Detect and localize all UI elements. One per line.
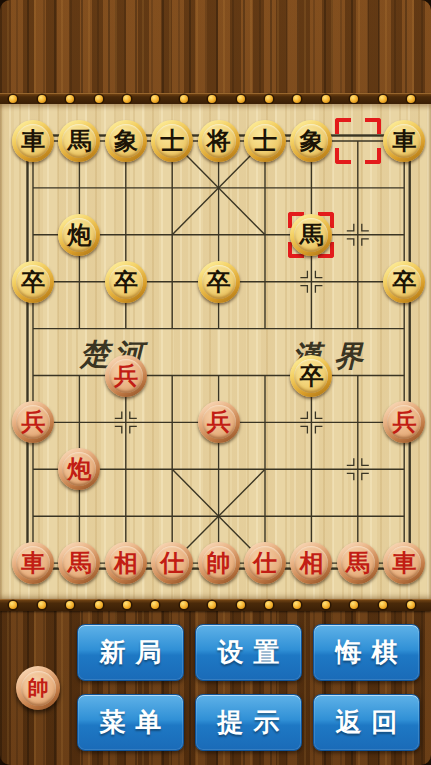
hint-button[interactable]: 提示 bbox=[195, 694, 302, 751]
gold-stud bbox=[237, 95, 245, 103]
piece-red-rook[interactable]: 車 bbox=[383, 542, 425, 584]
piece-black-cannon[interactable]: 炮 bbox=[58, 214, 100, 256]
piece-red-elephant[interactable]: 相 bbox=[105, 542, 147, 584]
piece-character: 帥 bbox=[202, 546, 236, 580]
piece-character: 象 bbox=[294, 124, 328, 158]
piece-black-soldier[interactable]: 卒 bbox=[105, 261, 147, 303]
board-rail-top bbox=[0, 93, 431, 104]
gold-stud bbox=[9, 95, 17, 103]
piece-character: 車 bbox=[16, 546, 50, 580]
gold-stud bbox=[293, 95, 301, 103]
piece-character: 兵 bbox=[387, 405, 421, 439]
gold-stud bbox=[151, 95, 159, 103]
button-panel: 新局 设置 悔棋 菜单 提示 返回 bbox=[77, 624, 420, 751]
new-game-button[interactable]: 新局 bbox=[77, 624, 184, 681]
piece-character: 車 bbox=[16, 124, 50, 158]
piece-character: 士 bbox=[155, 124, 189, 158]
piece-red-soldier[interactable]: 兵 bbox=[105, 355, 147, 397]
piece-red-general[interactable]: 帥 bbox=[198, 542, 240, 584]
piece-red-advisor[interactable]: 仕 bbox=[244, 542, 286, 584]
piece-character: 士 bbox=[248, 124, 282, 158]
piece-character: 馬 bbox=[62, 124, 96, 158]
piece-character: 卒 bbox=[294, 359, 328, 393]
piece-red-rook[interactable]: 車 bbox=[12, 542, 54, 584]
piece-character: 将 bbox=[202, 124, 236, 158]
piece-character: 相 bbox=[109, 546, 143, 580]
gold-stud bbox=[95, 95, 103, 103]
piece-character: 卒 bbox=[109, 265, 143, 299]
piece-character: 馬 bbox=[62, 546, 96, 580]
gold-stud bbox=[322, 95, 330, 103]
piece-black-soldier[interactable]: 卒 bbox=[198, 261, 240, 303]
back-button[interactable]: 返回 bbox=[313, 694, 420, 751]
undo-button[interactable]: 悔棋 bbox=[313, 624, 420, 681]
gold-stud bbox=[208, 95, 216, 103]
piece-character: 卒 bbox=[16, 265, 50, 299]
piece-black-soldier[interactable]: 卒 bbox=[383, 261, 425, 303]
gold-stud bbox=[379, 95, 387, 103]
piece-character: 車 bbox=[387, 546, 421, 580]
xiangqi-app-screen: 楚河 漢界 車馬象士将士象車炮馬卒卒卒卒卒兵兵兵兵炮車馬相仕帥仕相馬車 帥 新局… bbox=[0, 0, 431, 765]
gold-stud bbox=[123, 95, 131, 103]
piece-character: 象 bbox=[109, 124, 143, 158]
piece-character: 炮 bbox=[62, 452, 96, 486]
piece-character: 兵 bbox=[16, 405, 50, 439]
piece-character: 馬 bbox=[341, 546, 375, 580]
piece-character: 炮 bbox=[62, 218, 96, 252]
gold-stud bbox=[38, 95, 46, 103]
red-general-icon: 帥 bbox=[21, 671, 56, 706]
turn-indicator-red-general: 帥 bbox=[16, 666, 60, 710]
piece-character: 馬 bbox=[294, 218, 328, 252]
gold-stud bbox=[180, 95, 188, 103]
piece-black-general[interactable]: 将 bbox=[198, 120, 240, 162]
piece-character: 卒 bbox=[202, 265, 236, 299]
piece-red-advisor[interactable]: 仕 bbox=[151, 542, 193, 584]
gold-stud bbox=[407, 95, 415, 103]
piece-black-horse[interactable]: 馬 bbox=[290, 214, 332, 256]
piece-black-rook[interactable]: 車 bbox=[383, 120, 425, 162]
piece-character: 仕 bbox=[155, 546, 189, 580]
top-wood-area bbox=[0, 0, 431, 93]
xiangqi-board[interactable]: 楚河 漢界 車馬象士将士象車炮馬卒卒卒卒卒兵兵兵兵炮車馬相仕帥仕相馬車 bbox=[0, 104, 431, 599]
settings-button[interactable]: 设置 bbox=[195, 624, 302, 681]
piece-character: 相 bbox=[294, 546, 328, 580]
piece-black-advisor[interactable]: 士 bbox=[151, 120, 193, 162]
piece-character: 卒 bbox=[387, 265, 421, 299]
piece-black-soldier[interactable]: 卒 bbox=[290, 355, 332, 397]
piece-black-rook[interactable]: 車 bbox=[12, 120, 54, 162]
piece-character: 兵 bbox=[109, 359, 143, 393]
gold-stud bbox=[265, 95, 273, 103]
piece-black-elephant[interactable]: 象 bbox=[105, 120, 147, 162]
menu-button[interactable]: 菜单 bbox=[77, 694, 184, 751]
piece-black-soldier[interactable]: 卒 bbox=[12, 261, 54, 303]
piece-red-soldier[interactable]: 兵 bbox=[198, 401, 240, 443]
piece-character: 仕 bbox=[248, 546, 282, 580]
piece-character: 兵 bbox=[202, 405, 236, 439]
gold-stud bbox=[350, 95, 358, 103]
piece-red-horse[interactable]: 馬 bbox=[337, 542, 379, 584]
selection-brackets bbox=[335, 118, 381, 164]
piece-character: 車 bbox=[387, 124, 421, 158]
gold-stud bbox=[66, 95, 74, 103]
piece-black-advisor[interactable]: 士 bbox=[244, 120, 286, 162]
